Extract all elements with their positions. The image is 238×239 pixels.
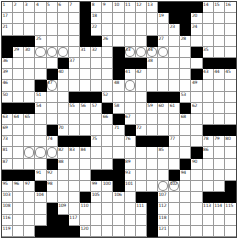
white-square[interactable] <box>13 215 24 226</box>
white-square[interactable] <box>158 170 169 181</box>
white-square[interactable]: 104 <box>35 192 46 203</box>
white-square[interactable] <box>225 147 236 158</box>
white-square[interactable] <box>225 80 236 91</box>
white-square[interactable] <box>13 92 24 103</box>
white-square[interactable]: 26 <box>102 36 113 47</box>
white-square[interactable] <box>102 24 113 35</box>
white-square[interactable]: 37 <box>69 58 80 69</box>
white-square[interactable]: 36 <box>2 58 13 69</box>
white-square[interactable] <box>102 192 113 203</box>
white-square[interactable] <box>113 13 124 24</box>
white-square[interactable] <box>91 147 102 158</box>
white-square[interactable] <box>125 92 136 103</box>
white-square[interactable]: 107 <box>158 192 169 203</box>
white-square[interactable] <box>13 80 24 91</box>
white-square[interactable] <box>113 215 124 226</box>
white-square[interactable] <box>136 92 147 103</box>
white-square[interactable]: 6 <box>58 2 69 13</box>
white-square[interactable] <box>191 36 202 47</box>
white-square[interactable]: 38 <box>147 58 158 69</box>
white-square[interactable]: 121 <box>158 226 169 237</box>
white-square[interactable]: 54 <box>35 103 46 114</box>
white-square[interactable]: 98 <box>47 181 58 192</box>
white-square[interactable] <box>91 125 102 136</box>
white-square[interactable] <box>214 147 225 158</box>
white-square[interactable] <box>47 24 58 35</box>
white-square[interactable]: 82 <box>58 147 69 158</box>
white-square[interactable]: 113 <box>203 203 214 214</box>
white-square[interactable] <box>169 47 180 58</box>
white-square[interactable]: 100 <box>102 181 113 192</box>
white-square[interactable] <box>69 181 80 192</box>
white-square[interactable] <box>113 36 124 47</box>
white-square[interactable]: 40 <box>58 69 69 80</box>
white-square[interactable] <box>47 36 58 47</box>
white-square[interactable] <box>102 13 113 24</box>
white-square[interactable]: 75 <box>91 136 102 147</box>
white-square[interactable]: 91 <box>35 170 46 181</box>
white-square[interactable] <box>203 170 214 181</box>
white-square[interactable] <box>113 136 124 147</box>
white-square[interactable]: 55 <box>69 103 80 114</box>
white-square[interactable]: 8 <box>91 2 102 13</box>
white-square[interactable] <box>91 80 102 91</box>
white-square[interactable]: 94 <box>180 170 191 181</box>
white-square[interactable] <box>24 92 35 103</box>
white-square[interactable] <box>214 226 225 237</box>
white-square[interactable] <box>180 47 191 58</box>
white-square[interactable] <box>80 181 91 192</box>
white-square[interactable] <box>169 114 180 125</box>
white-square[interactable] <box>180 147 191 158</box>
white-square[interactable] <box>47 13 58 24</box>
white-square[interactable] <box>47 114 58 125</box>
white-square[interactable] <box>102 80 113 91</box>
white-square[interactable]: 50 <box>2 92 13 103</box>
white-square[interactable]: 34 <box>147 47 158 58</box>
white-square[interactable]: 65 <box>24 114 35 125</box>
white-square[interactable] <box>35 125 46 136</box>
white-square[interactable] <box>13 58 24 69</box>
white-square[interactable] <box>58 13 69 24</box>
white-square[interactable]: 97 <box>24 181 35 192</box>
white-square[interactable]: 3 <box>24 2 35 13</box>
white-square[interactable] <box>169 58 180 69</box>
white-square[interactable]: 86 <box>203 147 214 158</box>
white-square[interactable] <box>24 13 35 24</box>
white-square[interactable] <box>203 80 214 91</box>
white-square[interactable]: 64 <box>13 114 24 125</box>
white-square[interactable] <box>102 226 113 237</box>
white-square[interactable] <box>191 192 202 203</box>
white-square[interactable] <box>24 136 35 147</box>
white-square[interactable]: 10 <box>113 2 124 13</box>
white-square[interactable] <box>35 147 46 158</box>
white-square[interactable] <box>136 47 147 58</box>
white-square[interactable] <box>203 24 214 35</box>
white-square[interactable]: 27 <box>158 36 169 47</box>
white-square[interactable] <box>158 159 169 170</box>
white-square[interactable]: 46 <box>2 80 13 91</box>
white-square[interactable] <box>47 58 58 69</box>
white-square[interactable] <box>203 159 214 170</box>
white-square[interactable]: 2 <box>13 2 24 13</box>
white-square[interactable]: 101 <box>125 181 136 192</box>
white-square[interactable] <box>13 192 24 203</box>
white-square[interactable] <box>58 80 69 91</box>
white-square[interactable] <box>158 24 169 35</box>
white-square[interactable] <box>24 24 35 35</box>
white-square[interactable] <box>24 58 35 69</box>
white-square[interactable] <box>180 80 191 91</box>
white-square[interactable] <box>102 147 113 158</box>
white-square[interactable] <box>35 58 46 69</box>
white-square[interactable] <box>225 226 236 237</box>
white-square[interactable] <box>225 24 236 35</box>
white-square[interactable] <box>169 192 180 203</box>
white-square[interactable]: 4 <box>35 2 46 13</box>
white-square[interactable]: 92 <box>47 170 58 181</box>
white-square[interactable]: 29 <box>13 47 24 58</box>
white-square[interactable] <box>91 203 102 214</box>
white-square[interactable] <box>47 47 58 58</box>
white-square[interactable]: 18 <box>91 13 102 24</box>
white-square[interactable] <box>203 114 214 125</box>
white-square[interactable] <box>102 203 113 214</box>
white-square[interactable]: 16 <box>225 2 236 13</box>
white-square[interactable] <box>180 58 191 69</box>
white-square[interactable] <box>158 58 169 69</box>
white-square[interactable]: 20 <box>191 13 202 24</box>
white-square[interactable]: 83 <box>69 147 80 158</box>
white-square[interactable]: 17 <box>2 13 13 24</box>
white-square[interactable] <box>225 114 236 125</box>
white-square[interactable]: 61 <box>169 103 180 114</box>
white-square[interactable]: 41 <box>125 69 136 80</box>
white-square[interactable]: 99 <box>91 181 102 192</box>
white-square[interactable] <box>58 181 69 192</box>
white-square[interactable] <box>136 103 147 114</box>
white-square[interactable] <box>203 13 214 24</box>
white-square[interactable] <box>35 13 46 24</box>
white-square[interactable] <box>91 114 102 125</box>
white-square[interactable] <box>136 215 147 226</box>
white-square[interactable] <box>35 215 46 226</box>
white-square[interactable] <box>136 114 147 125</box>
white-square[interactable] <box>125 24 136 35</box>
white-square[interactable] <box>169 159 180 170</box>
white-square[interactable] <box>102 58 113 69</box>
white-square[interactable] <box>80 159 91 170</box>
white-square[interactable] <box>147 13 158 24</box>
white-square[interactable] <box>125 192 136 203</box>
white-square[interactable] <box>147 147 158 158</box>
white-square[interactable]: 58 <box>113 103 124 114</box>
white-square[interactable] <box>69 47 80 58</box>
white-square[interactable]: 87 <box>2 159 13 170</box>
white-square[interactable] <box>214 24 225 35</box>
white-square[interactable] <box>180 226 191 237</box>
white-square[interactable] <box>24 69 35 80</box>
white-square[interactable]: 96 <box>13 181 24 192</box>
white-square[interactable]: 119 <box>2 226 13 237</box>
white-square[interactable]: 14 <box>203 2 214 13</box>
white-square[interactable]: 110 <box>80 203 91 214</box>
white-square[interactable] <box>203 103 214 114</box>
white-square[interactable] <box>169 125 180 136</box>
white-square[interactable] <box>24 215 35 226</box>
white-square[interactable] <box>225 36 236 47</box>
white-square[interactable] <box>113 226 124 237</box>
white-square[interactable]: 67 <box>125 114 136 125</box>
white-square[interactable]: 62 <box>191 103 202 114</box>
white-square[interactable]: 22 <box>91 24 102 35</box>
white-square[interactable] <box>13 125 24 136</box>
white-square[interactable]: 66 <box>102 114 113 125</box>
white-square[interactable]: 70 <box>58 125 69 136</box>
white-square[interactable] <box>136 24 147 35</box>
white-square[interactable]: 47 <box>47 80 58 91</box>
white-square[interactable]: 72 <box>136 125 147 136</box>
white-square[interactable]: 60 <box>158 103 169 114</box>
white-square[interactable] <box>214 13 225 24</box>
white-square[interactable]: 114 <box>214 203 225 214</box>
white-square[interactable] <box>225 92 236 103</box>
white-square[interactable]: 77 <box>169 136 180 147</box>
white-square[interactable] <box>214 103 225 114</box>
white-square[interactable] <box>69 69 80 80</box>
white-square[interactable] <box>80 69 91 80</box>
white-square[interactable] <box>169 147 180 158</box>
white-square[interactable] <box>125 226 136 237</box>
white-square[interactable]: 49 <box>191 80 202 91</box>
white-square[interactable]: 103 <box>2 192 13 203</box>
white-square[interactable] <box>24 125 35 136</box>
white-square[interactable]: 79 <box>214 136 225 147</box>
white-square[interactable] <box>47 103 58 114</box>
white-square[interactable]: 12 <box>136 2 147 13</box>
white-square[interactable] <box>91 69 102 80</box>
white-square[interactable] <box>169 69 180 80</box>
white-square[interactable]: 109 <box>58 203 69 214</box>
white-square[interactable] <box>58 24 69 35</box>
white-square[interactable]: 33 <box>125 47 136 58</box>
white-square[interactable]: 30 <box>24 47 35 58</box>
white-square[interactable] <box>13 136 24 147</box>
white-square[interactable] <box>180 192 191 203</box>
white-square[interactable] <box>158 69 169 80</box>
white-square[interactable]: 39 <box>2 69 13 80</box>
white-square[interactable] <box>214 36 225 47</box>
white-square[interactable]: 84 <box>80 147 91 158</box>
white-square[interactable] <box>180 125 191 136</box>
white-square[interactable] <box>158 80 169 91</box>
white-square[interactable] <box>69 114 80 125</box>
white-square[interactable] <box>102 69 113 80</box>
white-square[interactable]: 42 <box>136 69 147 80</box>
white-square[interactable]: 120 <box>80 226 91 237</box>
white-square[interactable]: 93 <box>125 170 136 181</box>
white-square[interactable]: 19 <box>158 13 169 24</box>
white-square[interactable]: 48 <box>113 80 124 91</box>
white-square[interactable] <box>91 58 102 69</box>
white-square[interactable] <box>24 226 35 237</box>
white-square[interactable] <box>80 125 91 136</box>
white-square[interactable] <box>24 159 35 170</box>
white-square[interactable] <box>35 24 46 35</box>
white-square[interactable] <box>35 69 46 80</box>
white-square[interactable] <box>24 147 35 158</box>
white-square[interactable] <box>58 170 69 181</box>
white-square[interactable] <box>13 69 24 80</box>
white-square[interactable] <box>69 203 80 214</box>
white-square[interactable] <box>169 80 180 91</box>
white-square[interactable] <box>169 36 180 47</box>
white-square[interactable] <box>91 215 102 226</box>
white-square[interactable] <box>102 159 113 170</box>
white-square[interactable] <box>136 170 147 181</box>
white-square[interactable] <box>169 226 180 237</box>
white-square[interactable] <box>225 215 236 226</box>
white-square[interactable]: 90 <box>191 159 202 170</box>
white-square[interactable]: 76 <box>125 136 136 147</box>
white-square[interactable]: 25 <box>35 36 46 47</box>
white-square[interactable] <box>191 215 202 226</box>
white-square[interactable] <box>58 92 69 103</box>
white-square[interactable] <box>191 58 202 69</box>
white-square[interactable] <box>13 203 24 214</box>
white-square[interactable]: 28 <box>180 36 191 47</box>
white-square[interactable] <box>24 203 35 214</box>
white-square[interactable]: 68 <box>180 114 191 125</box>
white-square[interactable] <box>136 147 147 158</box>
white-square[interactable] <box>225 159 236 170</box>
white-square[interactable] <box>169 203 180 214</box>
white-square[interactable] <box>13 147 24 158</box>
white-square[interactable] <box>102 125 113 136</box>
white-square[interactable]: 74 <box>47 136 58 147</box>
white-square[interactable]: 117 <box>69 215 80 226</box>
white-square[interactable] <box>147 80 158 91</box>
white-square[interactable] <box>214 80 225 91</box>
white-square[interactable] <box>102 215 113 226</box>
white-square[interactable] <box>180 181 191 192</box>
white-square[interactable]: 21 <box>2 24 13 35</box>
white-square[interactable]: 108 <box>2 203 13 214</box>
white-square[interactable] <box>69 170 80 181</box>
white-square[interactable] <box>13 24 24 35</box>
white-square[interactable]: 44 <box>214 69 225 80</box>
white-square[interactable]: 32 <box>91 47 102 58</box>
white-square[interactable] <box>214 215 225 226</box>
white-square[interactable]: 1 <box>2 2 13 13</box>
white-square[interactable]: 13 <box>147 2 158 13</box>
white-square[interactable]: 7 <box>69 2 80 13</box>
white-square[interactable] <box>191 170 202 181</box>
white-square[interactable] <box>80 215 91 226</box>
white-square[interactable] <box>113 24 124 35</box>
white-square[interactable] <box>147 24 158 35</box>
white-square[interactable] <box>214 170 225 181</box>
white-square[interactable]: 116 <box>2 215 13 226</box>
white-square[interactable] <box>58 114 69 125</box>
white-square[interactable] <box>225 103 236 114</box>
white-square[interactable] <box>169 215 180 226</box>
white-square[interactable] <box>191 203 202 214</box>
white-square[interactable] <box>91 159 102 170</box>
white-square[interactable]: 24 <box>191 24 202 35</box>
white-square[interactable] <box>125 215 136 226</box>
white-square[interactable] <box>203 92 214 103</box>
white-square[interactable] <box>225 47 236 58</box>
white-square[interactable] <box>180 136 191 147</box>
white-square[interactable]: 5 <box>47 2 58 13</box>
white-square[interactable] <box>47 192 58 203</box>
white-square[interactable] <box>136 80 147 91</box>
white-square[interactable] <box>158 114 169 125</box>
white-square[interactable] <box>35 114 46 125</box>
white-square[interactable] <box>147 159 158 170</box>
white-square[interactable] <box>91 226 102 237</box>
white-square[interactable]: 63 <box>2 114 13 125</box>
white-square[interactable] <box>125 36 136 47</box>
white-square[interactable]: 45 <box>225 69 236 80</box>
white-square[interactable] <box>158 47 169 58</box>
white-square[interactable] <box>58 36 69 47</box>
white-square[interactable] <box>191 114 202 125</box>
white-square[interactable]: 88 <box>58 159 69 170</box>
white-square[interactable] <box>147 170 158 181</box>
white-square[interactable] <box>147 125 158 136</box>
white-square[interactable]: 23 <box>169 24 180 35</box>
white-square[interactable] <box>147 181 158 192</box>
white-square[interactable] <box>191 136 202 147</box>
white-square[interactable]: 115 <box>225 203 236 214</box>
white-square[interactable] <box>125 203 136 214</box>
white-square[interactable] <box>13 226 24 237</box>
white-square[interactable] <box>191 181 202 192</box>
white-square[interactable]: 31 <box>80 47 91 58</box>
white-square[interactable]: 73 <box>2 136 13 147</box>
white-square[interactable] <box>214 159 225 170</box>
white-square[interactable] <box>58 192 69 203</box>
white-square[interactable] <box>136 181 147 192</box>
white-square[interactable] <box>113 92 124 103</box>
white-square[interactable] <box>69 36 80 47</box>
white-square[interactable] <box>214 47 225 58</box>
white-square[interactable]: 51 <box>35 92 46 103</box>
white-square[interactable] <box>214 114 225 125</box>
white-square[interactable] <box>35 203 46 214</box>
white-square[interactable] <box>125 147 136 158</box>
white-square[interactable] <box>203 36 214 47</box>
white-square[interactable]: 111 <box>136 203 147 214</box>
white-square[interactable] <box>191 125 202 136</box>
white-square[interactable]: 9 <box>102 2 113 13</box>
white-square[interactable] <box>225 170 236 181</box>
white-square[interactable] <box>102 136 113 147</box>
white-square[interactable] <box>136 159 147 170</box>
white-square[interactable] <box>180 69 191 80</box>
white-square[interactable] <box>158 125 169 136</box>
white-square[interactable]: 112 <box>158 203 169 214</box>
white-square[interactable] <box>203 215 214 226</box>
white-square[interactable]: 81 <box>2 147 13 158</box>
white-square[interactable] <box>80 80 91 91</box>
white-square[interactable]: 80 <box>225 136 236 147</box>
white-square[interactable] <box>80 114 91 125</box>
white-square[interactable] <box>147 69 158 80</box>
